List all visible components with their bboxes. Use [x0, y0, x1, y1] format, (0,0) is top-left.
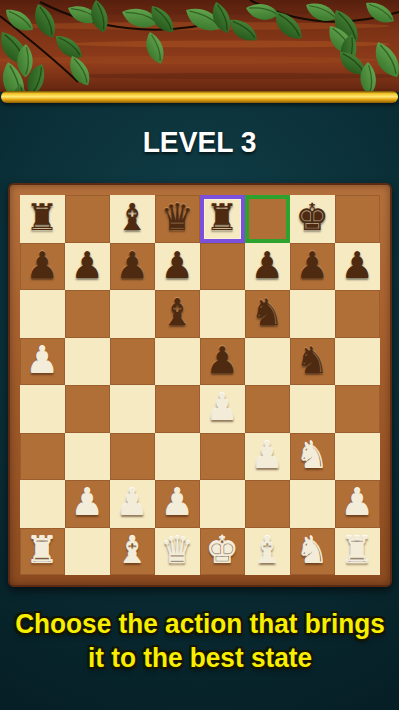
square-e1[interactable]: ♚ [200, 528, 245, 576]
square-f1[interactable]: ♝ [245, 528, 290, 576]
square-h5[interactable] [335, 338, 380, 386]
square-a7[interactable]: ♟ [20, 243, 65, 291]
level-title: LEVEL 3 [143, 125, 257, 159]
square-b2[interactable]: ♟ [65, 480, 110, 528]
square-d3[interactable] [155, 433, 200, 481]
piece-black-pawn: ♟ [25, 247, 58, 284]
square-h7[interactable]: ♟ [335, 243, 380, 291]
square-h3[interactable] [335, 433, 380, 481]
square-e5[interactable]: ♟ [200, 338, 245, 386]
piece-black-knight: ♞ [295, 342, 328, 379]
piece-black-pawn: ♟ [250, 247, 283, 284]
square-a3[interactable] [20, 433, 65, 481]
gold-divider [1, 91, 398, 103]
chess-board: ♜♝♛♜♚♟♟♟♟♟♟♟♝♞♟♟♞♟♟♞♟♟♟♟♜♝♛♚♝♞♜ [20, 195, 380, 575]
square-c7[interactable]: ♟ [110, 243, 155, 291]
piece-black-pawn: ♟ [295, 247, 328, 284]
piece-white-bishop: ♝ [250, 532, 283, 569]
piece-white-rook: ♜ [25, 532, 58, 569]
piece-white-pawn: ♟ [160, 484, 193, 521]
piece-white-pawn: ♟ [340, 484, 373, 521]
square-g7[interactable]: ♟ [290, 243, 335, 291]
square-d7[interactable]: ♟ [155, 243, 200, 291]
piece-white-pawn: ♟ [250, 437, 283, 474]
foliage-banner [0, 0, 399, 92]
square-a1[interactable]: ♜ [20, 528, 65, 576]
square-f5[interactable] [245, 338, 290, 386]
square-a5[interactable]: ♟ [20, 338, 65, 386]
square-b3[interactable] [65, 433, 110, 481]
piece-black-knight: ♞ [250, 294, 283, 331]
square-a4[interactable] [20, 385, 65, 433]
piece-white-knight: ♞ [295, 437, 328, 474]
square-d2[interactable]: ♟ [155, 480, 200, 528]
foliage-banner-illustration [0, 0, 399, 92]
square-h4[interactable] [335, 385, 380, 433]
square-c1[interactable]: ♝ [110, 528, 155, 576]
square-f4[interactable] [245, 385, 290, 433]
square-e8[interactable]: ♜ [200, 195, 245, 243]
square-f7[interactable]: ♟ [245, 243, 290, 291]
square-e3[interactable] [200, 433, 245, 481]
square-h6[interactable] [335, 290, 380, 338]
square-c4[interactable] [110, 385, 155, 433]
square-d4[interactable] [155, 385, 200, 433]
piece-black-bishop: ♝ [115, 199, 148, 236]
piece-white-pawn: ♟ [70, 484, 103, 521]
piece-white-rook: ♜ [340, 532, 373, 569]
square-c3[interactable] [110, 433, 155, 481]
chess-board-frame: ♜♝♛♜♚♟♟♟♟♟♟♟♝♞♟♟♞♟♟♞♟♟♟♟♜♝♛♚♝♞♜ [8, 183, 392, 587]
piece-black-pawn: ♟ [70, 247, 103, 284]
piece-black-queen: ♛ [160, 199, 193, 236]
square-h2[interactable]: ♟ [335, 480, 380, 528]
square-f2[interactable] [245, 480, 290, 528]
piece-white-knight: ♞ [295, 532, 328, 569]
square-f3[interactable]: ♟ [245, 433, 290, 481]
square-g1[interactable]: ♞ [290, 528, 335, 576]
square-b7[interactable]: ♟ [65, 243, 110, 291]
square-b6[interactable] [65, 290, 110, 338]
square-b1[interactable] [65, 528, 110, 576]
square-d5[interactable] [155, 338, 200, 386]
square-g5[interactable]: ♞ [290, 338, 335, 386]
piece-black-pawn: ♟ [340, 247, 373, 284]
piece-white-king: ♚ [205, 532, 238, 569]
piece-white-bishop: ♝ [115, 532, 148, 569]
piece-white-queen: ♛ [160, 532, 193, 569]
piece-white-pawn: ♟ [115, 484, 148, 521]
app-screen: LEVEL 3 ♜♝♛♜♚♟♟♟♟♟♟♟♝♞♟♟♞♟♟♞♟♟♟♟♜♝♛♚♝♞♜ … [0, 0, 399, 710]
square-a6[interactable] [20, 290, 65, 338]
main-area: LEVEL 3 ♜♝♛♜♚♟♟♟♟♟♟♟♝♞♟♟♞♟♟♞♟♟♟♟♜♝♛♚♝♞♜ … [0, 103, 399, 675]
piece-white-pawn: ♟ [205, 389, 238, 426]
square-f6[interactable]: ♞ [245, 290, 290, 338]
piece-black-king: ♚ [295, 199, 328, 236]
square-g3[interactable]: ♞ [290, 433, 335, 481]
square-b5[interactable] [65, 338, 110, 386]
piece-white-pawn: ♟ [25, 342, 58, 379]
square-e4[interactable]: ♟ [200, 385, 245, 433]
square-f8[interactable] [245, 195, 290, 243]
square-c5[interactable] [110, 338, 155, 386]
square-e7[interactable] [200, 243, 245, 291]
square-a2[interactable] [20, 480, 65, 528]
square-d6[interactable]: ♝ [155, 290, 200, 338]
square-e6[interactable] [200, 290, 245, 338]
square-h8[interactable] [335, 195, 380, 243]
square-c8[interactable]: ♝ [110, 195, 155, 243]
piece-black-pawn: ♟ [160, 247, 193, 284]
square-c6[interactable] [110, 290, 155, 338]
square-g6[interactable] [290, 290, 335, 338]
piece-black-rook: ♜ [25, 199, 58, 236]
square-d1[interactable]: ♛ [155, 528, 200, 576]
square-g2[interactable] [290, 480, 335, 528]
square-g4[interactable] [290, 385, 335, 433]
piece-black-pawn: ♟ [205, 342, 238, 379]
piece-black-rook: ♜ [205, 199, 238, 236]
piece-black-pawn: ♟ [115, 247, 148, 284]
square-d8[interactable]: ♛ [155, 195, 200, 243]
piece-black-bishop: ♝ [160, 294, 193, 331]
instruction-text: Choose the action that brings it to the … [14, 607, 385, 675]
square-a8[interactable]: ♜ [20, 195, 65, 243]
square-e2[interactable] [200, 480, 245, 528]
square-b8[interactable] [65, 195, 110, 243]
square-b4[interactable] [65, 385, 110, 433]
square-h1[interactable]: ♜ [335, 528, 380, 576]
square-c2[interactable]: ♟ [110, 480, 155, 528]
square-g8[interactable]: ♚ [290, 195, 335, 243]
